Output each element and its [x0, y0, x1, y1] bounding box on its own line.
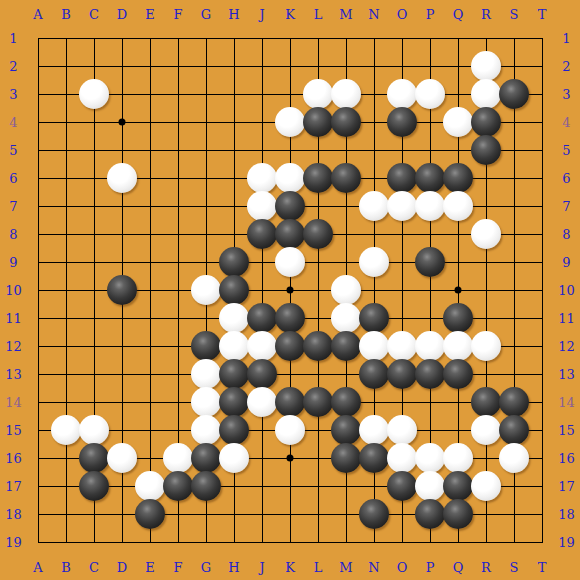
stone-black-O17	[387, 471, 417, 501]
stone-black-H15	[219, 415, 249, 445]
column-label-top-M: M	[339, 7, 352, 20]
stone-white-Q4	[443, 107, 473, 137]
row-label-left-3: 3	[9, 88, 17, 101]
stone-black-K14	[275, 387, 305, 417]
column-label-bottom-S: S	[510, 560, 519, 573]
stone-white-N7	[359, 191, 389, 221]
row-label-right-5: 5	[562, 144, 570, 157]
column-label-top-C: C	[89, 7, 99, 20]
stone-white-H12	[219, 331, 249, 361]
stone-white-H11	[219, 303, 249, 333]
row-label-right-7: 7	[562, 200, 570, 213]
row-label-left-6: 6	[9, 172, 17, 185]
stone-white-P7	[415, 191, 445, 221]
column-label-top-F: F	[173, 7, 182, 20]
row-label-right-1: 1	[562, 32, 570, 45]
go-board[interactable]: AABBCCDDEEFFGGHHJJKKLLMMNNOOPPQQRRSSTT11…	[0, 0, 580, 580]
column-label-bottom-P: P	[426, 560, 435, 573]
stone-white-K6	[275, 163, 305, 193]
row-label-left-12: 12	[5, 340, 22, 353]
stone-white-K15	[275, 415, 305, 445]
column-label-top-Q: Q	[453, 7, 464, 20]
row-label-right-10: 10	[558, 284, 575, 297]
stone-black-L8	[303, 219, 333, 249]
stone-white-P12	[415, 331, 445, 361]
stone-black-R14	[471, 387, 501, 417]
stone-white-K9	[275, 247, 305, 277]
stone-white-Q12	[443, 331, 473, 361]
row-label-left-8: 8	[9, 228, 17, 241]
stone-black-Q6	[443, 163, 473, 193]
column-label-top-K: K	[285, 7, 295, 20]
stone-white-R8	[471, 219, 501, 249]
stone-black-N16	[359, 443, 389, 473]
stone-white-R12	[471, 331, 501, 361]
column-label-top-J: J	[259, 7, 264, 20]
row-label-left-15: 15	[5, 424, 22, 437]
column-label-bottom-L: L	[314, 560, 323, 573]
row-label-left-18: 18	[5, 508, 22, 521]
column-label-top-D: D	[117, 7, 127, 20]
stone-black-L12	[303, 331, 333, 361]
stone-white-R2	[471, 51, 501, 81]
row-label-left-9: 9	[9, 256, 17, 269]
row-label-right-18: 18	[558, 508, 575, 521]
stone-black-R5	[471, 135, 501, 165]
stone-white-P3	[415, 79, 445, 109]
grid-line-vertical	[542, 38, 543, 543]
row-label-left-1: 1	[9, 32, 17, 45]
row-label-right-6: 6	[562, 172, 570, 185]
stone-white-N9	[359, 247, 389, 277]
stone-black-P9	[415, 247, 445, 277]
stone-black-H9	[219, 247, 249, 277]
column-label-top-G: G	[201, 7, 211, 20]
column-label-top-B: B	[61, 7, 71, 20]
stone-black-Q17	[443, 471, 473, 501]
stone-white-Q16	[443, 443, 473, 473]
stone-white-R3	[471, 79, 501, 109]
stone-black-E18	[135, 499, 165, 529]
stone-white-O15	[387, 415, 417, 445]
stone-black-N18	[359, 499, 389, 529]
column-label-bottom-B: B	[61, 560, 71, 573]
stone-white-M11	[331, 303, 361, 333]
stone-white-P16	[415, 443, 445, 473]
stone-black-P6	[415, 163, 445, 193]
stone-black-M15	[331, 415, 361, 445]
stone-black-M16	[331, 443, 361, 473]
stone-white-B15	[51, 415, 81, 445]
star-point-K10	[287, 287, 294, 294]
column-label-bottom-C: C	[89, 560, 99, 573]
column-label-top-R: R	[481, 7, 491, 20]
stone-black-K7	[275, 191, 305, 221]
stone-black-Q18	[443, 499, 473, 529]
stone-black-C17	[79, 471, 109, 501]
stone-black-Q11	[443, 303, 473, 333]
stone-white-K4	[275, 107, 305, 137]
stone-white-G15	[191, 415, 221, 445]
column-label-bottom-Q: Q	[453, 560, 464, 573]
stone-black-H13	[219, 359, 249, 389]
stone-black-K11	[275, 303, 305, 333]
row-label-left-2: 2	[9, 60, 17, 73]
column-label-top-O: O	[397, 7, 408, 20]
stone-black-H14	[219, 387, 249, 417]
stone-white-D6	[107, 163, 137, 193]
stone-white-J14	[247, 387, 277, 417]
column-label-bottom-K: K	[285, 560, 295, 573]
stone-black-J11	[247, 303, 277, 333]
column-label-bottom-N: N	[368, 560, 379, 573]
stone-white-N15	[359, 415, 389, 445]
row-label-left-5: 5	[9, 144, 17, 157]
stone-white-M10	[331, 275, 361, 305]
stone-white-P17	[415, 471, 445, 501]
stone-white-C3	[79, 79, 109, 109]
stone-white-H16	[219, 443, 249, 473]
stone-black-C16	[79, 443, 109, 473]
column-label-top-A: A	[33, 7, 42, 20]
stone-black-M4	[331, 107, 361, 137]
stone-white-J7	[247, 191, 277, 221]
stone-white-D16	[107, 443, 137, 473]
stone-black-Q13	[443, 359, 473, 389]
stone-black-O13	[387, 359, 417, 389]
stone-black-F17	[163, 471, 193, 501]
row-label-left-14: 14	[5, 396, 22, 409]
column-label-bottom-G: G	[201, 560, 211, 573]
stone-white-J12	[247, 331, 277, 361]
stone-white-O16	[387, 443, 417, 473]
stone-white-G13	[191, 359, 221, 389]
column-label-top-L: L	[314, 7, 323, 20]
stone-black-M14	[331, 387, 361, 417]
grid-line-horizontal	[38, 542, 543, 543]
row-label-right-16: 16	[558, 452, 575, 465]
star-point-K16	[287, 455, 294, 462]
stone-white-O3	[387, 79, 417, 109]
column-label-bottom-M: M	[339, 560, 352, 573]
stone-black-K8	[275, 219, 305, 249]
stone-black-S3	[499, 79, 529, 109]
stone-black-S15	[499, 415, 529, 445]
column-label-bottom-R: R	[481, 560, 491, 573]
column-label-bottom-H: H	[228, 560, 239, 573]
stone-white-R15	[471, 415, 501, 445]
column-label-bottom-E: E	[145, 560, 155, 573]
column-label-bottom-T: T	[538, 560, 547, 573]
row-label-left-17: 17	[5, 480, 22, 493]
stone-white-J6	[247, 163, 277, 193]
row-label-right-2: 2	[562, 60, 570, 73]
column-label-top-N: N	[368, 7, 379, 20]
stone-black-L4	[303, 107, 333, 137]
row-label-left-4: 4	[9, 116, 17, 129]
stone-black-O4	[387, 107, 417, 137]
column-label-bottom-O: O	[397, 560, 408, 573]
row-label-left-16: 16	[5, 452, 22, 465]
stone-white-O7	[387, 191, 417, 221]
column-label-bottom-F: F	[173, 560, 182, 573]
row-label-left-7: 7	[9, 200, 17, 213]
stone-black-G17	[191, 471, 221, 501]
stone-white-G10	[191, 275, 221, 305]
column-label-top-S: S	[510, 7, 519, 20]
stone-white-C15	[79, 415, 109, 445]
stone-black-S14	[499, 387, 529, 417]
stone-black-M12	[331, 331, 361, 361]
stone-black-D10	[107, 275, 137, 305]
row-label-right-17: 17	[558, 480, 575, 493]
column-label-bottom-A: A	[33, 560, 42, 573]
row-label-right-13: 13	[558, 368, 575, 381]
stone-black-G12	[191, 331, 221, 361]
stone-white-F16	[163, 443, 193, 473]
row-label-right-15: 15	[558, 424, 575, 437]
stone-white-Q7	[443, 191, 473, 221]
column-label-top-P: P	[426, 7, 435, 20]
row-label-right-11: 11	[558, 312, 575, 325]
row-label-right-14: 14	[558, 396, 575, 409]
stone-black-L6	[303, 163, 333, 193]
stone-black-J13	[247, 359, 277, 389]
row-label-left-13: 13	[5, 368, 22, 381]
stone-black-L14	[303, 387, 333, 417]
stone-white-G14	[191, 387, 221, 417]
row-label-right-19: 19	[558, 536, 575, 549]
column-label-top-E: E	[145, 7, 155, 20]
stone-black-J8	[247, 219, 277, 249]
stone-white-N12	[359, 331, 389, 361]
stone-white-L3	[303, 79, 333, 109]
column-label-top-H: H	[228, 7, 239, 20]
star-point-D4	[119, 119, 126, 126]
stone-white-M3	[331, 79, 361, 109]
row-label-left-11: 11	[5, 312, 22, 325]
stone-white-O12	[387, 331, 417, 361]
stone-black-R4	[471, 107, 501, 137]
row-label-right-9: 9	[562, 256, 570, 269]
stone-black-P13	[415, 359, 445, 389]
column-label-bottom-J: J	[259, 560, 264, 573]
stone-white-E17	[135, 471, 165, 501]
row-label-left-19: 19	[5, 536, 22, 549]
row-label-left-10: 10	[5, 284, 22, 297]
stone-black-G16	[191, 443, 221, 473]
row-label-right-3: 3	[562, 88, 570, 101]
stone-black-N11	[359, 303, 389, 333]
stone-white-S16	[499, 443, 529, 473]
column-label-top-T: T	[538, 7, 547, 20]
row-label-right-4: 4	[562, 116, 570, 129]
stone-black-N13	[359, 359, 389, 389]
stone-black-P18	[415, 499, 445, 529]
row-label-right-12: 12	[558, 340, 575, 353]
stone-black-K12	[275, 331, 305, 361]
row-label-right-8: 8	[562, 228, 570, 241]
column-label-bottom-D: D	[117, 560, 127, 573]
star-point-Q10	[455, 287, 462, 294]
stone-black-O6	[387, 163, 417, 193]
stone-black-H10	[219, 275, 249, 305]
stone-white-R17	[471, 471, 501, 501]
stone-black-M6	[331, 163, 361, 193]
